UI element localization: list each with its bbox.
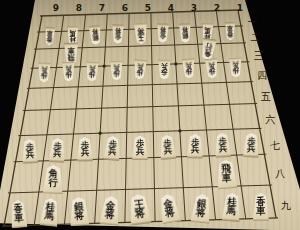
piece-face: 角行 xyxy=(200,37,217,60)
piece-R-82[interactable]: 飛車 xyxy=(64,42,78,64)
piece-kanji: 兵 xyxy=(218,145,227,153)
piece-kanji: 兵 xyxy=(113,64,120,71)
piece-N-89[interactable]: 桂馬 xyxy=(40,197,61,227)
piece-P-93[interactable]: 歩兵 xyxy=(38,63,51,83)
piece-P-47[interactable]: 歩兵 xyxy=(158,134,176,159)
piece-kanji: 車 xyxy=(221,174,231,184)
piece-kanji: 兵 xyxy=(41,66,48,73)
piece-face: 歩兵 xyxy=(133,60,147,80)
piece-G-41[interactable]: 金将 xyxy=(156,24,169,44)
piece-S-79[interactable]: 銀将 xyxy=(69,196,90,226)
piece-P-57[interactable]: 歩兵 xyxy=(132,136,148,160)
piece-N-29[interactable]: 桂馬 xyxy=(221,193,241,222)
piece-P-37[interactable]: 歩兵 xyxy=(187,134,203,159)
piece-face: 歩兵 xyxy=(132,136,148,160)
piece-P-83[interactable]: 歩兵 xyxy=(62,62,75,82)
piece-face: 歩兵 xyxy=(49,137,66,162)
piece-R-28[interactable]: 飛車 xyxy=(215,159,237,189)
piece-kanji: 馬 xyxy=(70,30,76,36)
piece-face: 香車 xyxy=(225,22,235,40)
piece-kanji: 将 xyxy=(182,27,189,33)
piece-kanji: 金 xyxy=(114,34,120,40)
piece-P-97[interactable]: 歩兵 xyxy=(21,138,38,163)
piece-kanji: 車 xyxy=(67,46,74,53)
piece-face: 歩兵 xyxy=(21,138,38,163)
piece-L-19[interactable]: 香車 xyxy=(253,193,269,221)
piece-G-69[interactable]: 金将 xyxy=(99,195,121,226)
piece-face: 歩兵 xyxy=(76,137,92,162)
piece-P-13[interactable]: 歩兵 xyxy=(229,57,243,77)
piece-kanji: 車 xyxy=(227,26,233,32)
piece-face: 歩兵 xyxy=(187,134,203,159)
piece-B-88[interactable]: 角行 xyxy=(43,164,64,193)
piece-face: 桂馬 xyxy=(40,197,61,227)
piece-P-87[interactable]: 歩兵 xyxy=(49,137,66,162)
piece-face: 歩兵 xyxy=(85,61,99,81)
piece-face: 歩兵 xyxy=(104,136,122,161)
shogi-photo: 987654321一二三四五六七八九 香車桂馬銀将金将玉将金将銀将桂馬香車飛車角… xyxy=(0,0,300,230)
piece-S-31[interactable]: 銀将 xyxy=(179,23,192,43)
piece-P-63[interactable]: 歩兵 xyxy=(110,61,123,81)
piece-face: 王将 xyxy=(127,193,152,226)
piece-kanji: 将 xyxy=(92,29,99,36)
piece-kanji: 兵 xyxy=(191,146,199,154)
piece-G-49[interactable]: 金将 xyxy=(157,193,181,225)
piece-kanji: 兵 xyxy=(65,65,72,72)
piece-kanji: 兵 xyxy=(208,61,215,68)
piece-face: 金将 xyxy=(99,195,121,226)
piece-P-53[interactable]: 歩兵 xyxy=(133,60,147,80)
piece-P-77[interactable]: 歩兵 xyxy=(76,137,92,162)
piece-L-11[interactable]: 香車 xyxy=(225,22,235,40)
piece-P-43[interactable]: 歩兵 xyxy=(158,60,171,80)
piece-kanji: 兵 xyxy=(232,61,239,68)
piece-P-17[interactable]: 歩兵 xyxy=(242,132,259,157)
piece-P-67[interactable]: 歩兵 xyxy=(104,136,122,161)
piece-face: 玉将 xyxy=(133,23,147,44)
piece-face: 香車 xyxy=(44,27,55,46)
piece-G-61[interactable]: 金将 xyxy=(111,25,123,44)
piece-face: 歩兵 xyxy=(110,61,123,81)
piece-face: 歩兵 xyxy=(158,134,176,159)
piece-kanji: 金 xyxy=(159,33,166,39)
piece-face: 香車 xyxy=(253,193,269,221)
piece-face: 歩兵 xyxy=(38,63,51,83)
piece-L-91[interactable]: 香車 xyxy=(44,27,55,46)
piece-kanji: 兵 xyxy=(108,148,117,157)
pieces-layer: 香車桂馬銀将金将玉将金将銀将桂馬香車飛車角行歩兵歩兵歩兵歩兵歩兵歩兵歩兵歩兵歩兵… xyxy=(0,0,300,230)
piece-P-23[interactable]: 歩兵 xyxy=(205,58,219,79)
piece-kanji: 将 xyxy=(196,207,206,217)
piece-kanji: 行 xyxy=(49,179,59,189)
piece-face: 香車 xyxy=(10,199,28,228)
piece-S-71[interactable]: 銀将 xyxy=(89,25,102,45)
piece-kanji: 兵 xyxy=(89,65,96,72)
piece-kanji: 将 xyxy=(159,27,166,33)
piece-face: 金将 xyxy=(156,24,169,44)
piece-kanji: 将 xyxy=(134,208,145,219)
piece-kanji: 車 xyxy=(47,30,53,36)
piece-P-73[interactable]: 歩兵 xyxy=(85,61,99,81)
piece-kanji: 兵 xyxy=(136,148,144,156)
piece-face: 銀将 xyxy=(69,196,90,226)
piece-face: 歩兵 xyxy=(242,132,259,157)
piece-face: 角行 xyxy=(43,164,64,193)
piece-kanji: 将 xyxy=(74,211,84,221)
piece-L-99[interactable]: 香車 xyxy=(10,199,28,228)
piece-kanji: 兵 xyxy=(81,149,89,157)
piece-K-51[interactable]: 玉将 xyxy=(133,23,147,44)
piece-K-59[interactable]: 王将 xyxy=(127,193,152,226)
piece-kanji: 行 xyxy=(205,42,213,50)
piece-face: 歩兵 xyxy=(158,60,171,80)
piece-kanji: 兵 xyxy=(184,62,191,69)
piece-kanji: 将 xyxy=(164,208,175,219)
piece-face: 銀将 xyxy=(179,23,192,43)
piece-B-22[interactable]: 角行 xyxy=(200,37,217,60)
piece-kanji: 馬 xyxy=(204,26,211,33)
piece-face: 金将 xyxy=(111,25,123,44)
piece-kanji: 兵 xyxy=(163,147,172,156)
piece-face: 銀将 xyxy=(190,193,212,224)
piece-face: 金将 xyxy=(157,193,181,225)
piece-P-33[interactable]: 歩兵 xyxy=(181,58,195,78)
piece-face: 銀将 xyxy=(89,25,102,45)
piece-face: 歩兵 xyxy=(62,62,75,82)
piece-kanji: 兵 xyxy=(246,144,254,152)
piece-kanji: 将 xyxy=(105,210,115,220)
piece-kanji: 兵 xyxy=(136,63,143,70)
piece-kanji: 車 xyxy=(256,207,265,216)
piece-kanji: 将 xyxy=(137,27,144,34)
piece-face: 飛車 xyxy=(215,159,237,189)
piece-kanji: 兵 xyxy=(25,150,33,158)
piece-kanji: 車 xyxy=(14,213,24,223)
piece-kanji: 馬 xyxy=(45,212,55,222)
piece-kanji: 将 xyxy=(114,28,120,34)
piece-face: 桂馬 xyxy=(221,193,241,222)
piece-kanji: 兵 xyxy=(53,150,62,158)
piece-face: 歩兵 xyxy=(181,58,195,78)
piece-S-39[interactable]: 銀将 xyxy=(190,193,212,224)
piece-kanji: 馬 xyxy=(226,207,236,217)
piece-face: 歩兵 xyxy=(214,133,231,158)
piece-kanji: 兵 xyxy=(161,63,168,69)
piece-P-27[interactable]: 歩兵 xyxy=(214,133,231,158)
piece-face: 歩兵 xyxy=(229,57,243,77)
piece-face: 歩兵 xyxy=(205,58,219,79)
piece-face: 飛車 xyxy=(64,42,78,64)
